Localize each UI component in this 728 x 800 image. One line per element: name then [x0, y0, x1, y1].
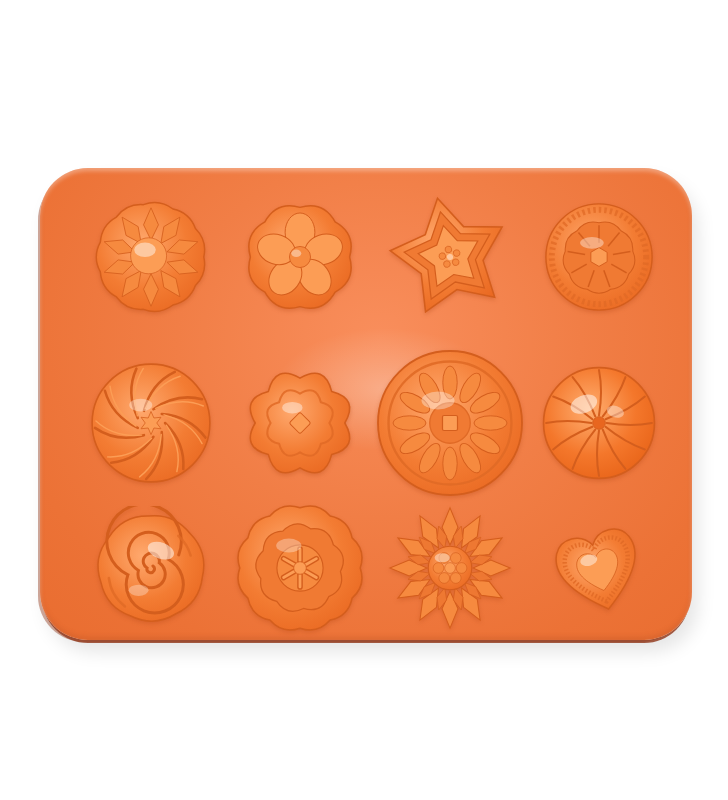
cavity-r2c1-swirl — [87, 359, 215, 487]
cavity-cell-r1c3 — [375, 190, 525, 324]
cavity-r2c3-medallion — [375, 348, 525, 498]
cavity-cell-r1c4 — [525, 190, 674, 324]
cavity-r3c2-dahlia — [230, 498, 370, 638]
cavity-r3c1-rose — [89, 506, 213, 630]
silicone-mold — [40, 168, 692, 640]
cavity-r3c4-heart — [537, 506, 661, 630]
cavity-cell-r1c2 — [225, 190, 374, 324]
cavity-r2c4-pumpkin — [536, 360, 662, 486]
cavity-cell-r2c1 — [76, 348, 225, 498]
cavity-r1c3-star5 — [386, 193, 514, 321]
product-photo-background — [0, 0, 728, 800]
cavity-r2c2-rosette8 — [236, 359, 364, 487]
cavity-r3c3-sunflower — [386, 504, 514, 632]
cavity-cell-r1c1 — [76, 190, 225, 324]
cavity-r1c2-blossom5 — [238, 195, 362, 319]
cavity-r1c1-spiky-flower — [91, 197, 211, 317]
cavity-cell-r3c4 — [525, 498, 674, 638]
cavity-cell-r3c3 — [375, 498, 525, 638]
cavity-cell-r3c1 — [76, 498, 225, 638]
cavity-cell-r3c2 — [225, 498, 374, 638]
cavity-cell-r2c3 — [375, 348, 525, 498]
cavity-cell-r2c4 — [525, 348, 674, 498]
cavity-grid — [76, 190, 674, 614]
cavity-r1c4-fluted-tart — [540, 198, 658, 316]
cavity-cell-r2c2 — [225, 348, 374, 498]
